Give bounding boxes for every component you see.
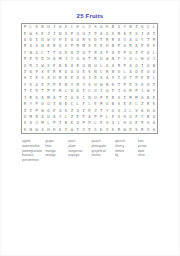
word-list: applewatermelonpomegranatebananapersimmo… — [22, 139, 159, 163]
word-item: persimmon — [22, 158, 43, 163]
word-item: fig — [115, 153, 136, 158]
puzzle-page: 25 Fruits PLSBUJAXCKLJSOKBGYNZOCLEWSEJJN… — [0, 0, 180, 256]
word-list-column: peachpineapplegrapefruitmelon — [91, 139, 112, 163]
word-item: melon — [91, 153, 112, 158]
word-list-column: kiwiprunedateolive — [138, 139, 159, 163]
word-item: olive — [138, 153, 159, 158]
word-search-grid: PLSBUJAXCKLJSOKBGYNZOCLEWSEJJNXPQUIPAQSR… — [21, 23, 158, 134]
word-item: orange — [45, 153, 66, 158]
word-list-column: pearplumtangerinepapaya — [68, 139, 89, 163]
word-list-column: applewatermelonpomegranatebananapersimmo… — [22, 139, 43, 163]
puzzle-title: 25 Fruits — [0, 13, 180, 19]
word-item: papaya — [68, 153, 89, 158]
grid-cell: Q — [151, 127, 157, 133]
word-list-column: apricotcherrylemonfig — [115, 139, 136, 163]
word-list-column: grapelimemangoorange — [45, 139, 66, 163]
